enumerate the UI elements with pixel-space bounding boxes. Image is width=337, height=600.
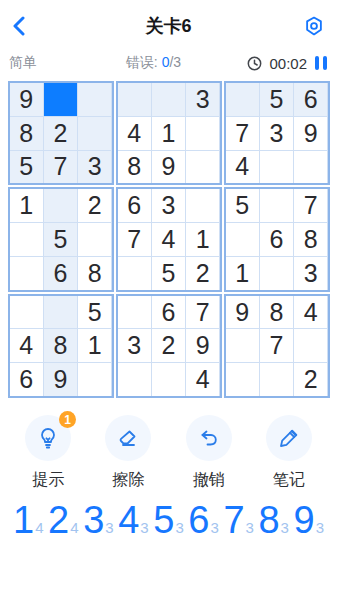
digit-remaining-count: 3 bbox=[105, 519, 113, 536]
cell-r4c1[interactable]: 1 bbox=[10, 189, 43, 222]
cell-r2c4[interactable]: 4 bbox=[118, 117, 151, 150]
hint-label: 提示 bbox=[32, 470, 64, 491]
digit-label: 1 bbox=[13, 505, 34, 536]
cell-r9c7[interactable] bbox=[226, 363, 259, 396]
cell-r4c2[interactable] bbox=[44, 189, 77, 222]
cell-r1c5[interactable] bbox=[152, 83, 185, 116]
cell-r1c3[interactable] bbox=[78, 83, 111, 116]
status-bar: 简单 错误: 0/3 00:02 bbox=[9, 54, 328, 72]
pause-icon bbox=[315, 56, 319, 70]
difficulty-label: 简单 bbox=[9, 54, 89, 72]
undo-button[interactable]: 撤销 bbox=[177, 415, 241, 491]
cell-r6c5[interactable]: 5 bbox=[152, 257, 185, 290]
cell-r8c8[interactable]: 7 bbox=[260, 329, 293, 362]
cell-r5c1[interactable] bbox=[10, 223, 43, 256]
cell-r3c3[interactable]: 3 bbox=[78, 151, 111, 184]
cell-r2c2[interactable]: 2 bbox=[44, 117, 77, 150]
cell-r4c9[interactable]: 7 bbox=[294, 189, 327, 222]
block-1-2: 576813 bbox=[224, 187, 330, 291]
number-pad: 142433435363738393 bbox=[0, 505, 337, 536]
digit-label: 9 bbox=[294, 505, 315, 536]
cell-r1c4[interactable] bbox=[118, 83, 151, 116]
cell-r8c1[interactable]: 4 bbox=[10, 329, 43, 362]
cell-r4c5[interactable]: 3 bbox=[152, 189, 185, 222]
clock-icon bbox=[247, 56, 262, 71]
block-1-1: 6374152 bbox=[116, 187, 222, 291]
digit-label: 3 bbox=[83, 505, 104, 536]
block-0-0: 982573 bbox=[8, 81, 114, 185]
block-2-0: 548169 bbox=[8, 294, 114, 398]
cell-r7c5[interactable]: 6 bbox=[152, 296, 185, 329]
cell-r1c1[interactable]: 9 bbox=[10, 83, 43, 116]
eraser-icon bbox=[116, 426, 140, 450]
cell-r3c7[interactable]: 4 bbox=[226, 151, 259, 184]
top-bar: 关卡6 bbox=[0, 0, 337, 40]
cell-r9c4[interactable] bbox=[118, 363, 151, 396]
cell-r8c7[interactable] bbox=[226, 329, 259, 362]
cell-r4c4[interactable]: 6 bbox=[118, 189, 151, 222]
cell-r4c6[interactable] bbox=[186, 189, 219, 222]
lightbulb-icon bbox=[36, 426, 60, 450]
digit-remaining-count: 3 bbox=[316, 519, 324, 536]
cell-r8c6[interactable]: 9 bbox=[186, 329, 219, 362]
numpad-digit-9[interactable]: 93 bbox=[294, 505, 324, 536]
hint-count-badge: 1 bbox=[59, 411, 76, 428]
cell-r7c6[interactable]: 7 bbox=[186, 296, 219, 329]
notes-button[interactable]: 笔记 bbox=[257, 415, 321, 491]
cell-r6c3[interactable]: 8 bbox=[78, 257, 111, 290]
digit-label: 8 bbox=[258, 505, 279, 536]
digit-remaining-count: 4 bbox=[70, 519, 78, 536]
cell-r8c3[interactable]: 1 bbox=[78, 329, 111, 362]
digit-remaining-count: 3 bbox=[281, 519, 289, 536]
cell-r6c9[interactable]: 3 bbox=[294, 257, 327, 290]
cell-r6c7[interactable]: 1 bbox=[226, 257, 259, 290]
cell-r6c6[interactable]: 2 bbox=[186, 257, 219, 290]
page-title: 关卡6 bbox=[38, 14, 299, 38]
cell-r1c9[interactable]: 6 bbox=[294, 83, 327, 116]
numpad-digit-5[interactable]: 53 bbox=[153, 505, 183, 536]
numpad-digit-6[interactable]: 63 bbox=[188, 505, 218, 536]
block-1-0: 12568 bbox=[8, 187, 114, 291]
cell-r6c2[interactable]: 6 bbox=[44, 257, 77, 290]
block-2-1: 673294 bbox=[116, 294, 222, 398]
cell-r9c5[interactable] bbox=[152, 363, 185, 396]
undo-icon bbox=[197, 426, 221, 450]
digit-label: 6 bbox=[188, 505, 209, 536]
cell-r7c8[interactable]: 8 bbox=[260, 296, 293, 329]
mistakes-label: 错误: bbox=[126, 54, 158, 70]
cell-r8c5[interactable]: 2 bbox=[152, 329, 185, 362]
back-button[interactable] bbox=[12, 14, 38, 38]
hint-button[interactable]: 1 提示 bbox=[16, 415, 80, 491]
cell-r4c8[interactable] bbox=[260, 189, 293, 222]
undo-label: 撤销 bbox=[193, 470, 225, 491]
numpad-digit-8[interactable]: 83 bbox=[258, 505, 288, 536]
timer: 00:02 bbox=[269, 55, 307, 72]
cell-r3c6[interactable] bbox=[186, 151, 219, 184]
cell-r9c9[interactable]: 2 bbox=[294, 363, 327, 396]
cell-r2c1[interactable]: 8 bbox=[10, 117, 43, 150]
numpad-digit-3[interactable]: 33 bbox=[83, 505, 113, 536]
notes-label: 笔记 bbox=[273, 470, 305, 491]
cell-r9c6[interactable]: 4 bbox=[186, 363, 219, 396]
cell-r7c7[interactable]: 9 bbox=[226, 296, 259, 329]
digit-label: 5 bbox=[153, 505, 174, 536]
cell-r6c1[interactable] bbox=[10, 257, 43, 290]
cell-r9c8[interactable] bbox=[260, 363, 293, 396]
cell-r2c9[interactable]: 9 bbox=[294, 117, 327, 150]
cell-r7c3[interactable]: 5 bbox=[78, 296, 111, 329]
cell-r9c1[interactable]: 6 bbox=[10, 363, 43, 396]
numpad-digit-4[interactable]: 43 bbox=[118, 505, 148, 536]
cell-r4c7[interactable]: 5 bbox=[226, 189, 259, 222]
mistakes-counter: 错误: 0/3 bbox=[89, 54, 218, 72]
settings-button[interactable] bbox=[299, 14, 325, 38]
cell-r2c5[interactable]: 1 bbox=[152, 117, 185, 150]
cell-r7c2[interactable] bbox=[44, 296, 77, 329]
cell-r3c5[interactable]: 9 bbox=[152, 151, 185, 184]
cell-r5c8[interactable]: 6 bbox=[260, 223, 293, 256]
numpad-digit-7[interactable]: 73 bbox=[223, 505, 253, 536]
pause-button[interactable] bbox=[314, 55, 328, 71]
block-0-1: 34189 bbox=[116, 81, 222, 185]
cell-r8c4[interactable]: 3 bbox=[118, 329, 151, 362]
digit-remaining-count: 3 bbox=[246, 519, 254, 536]
erase-button[interactable]: 擦除 bbox=[96, 415, 160, 491]
cell-r3c9[interactable] bbox=[294, 151, 327, 184]
pencil-icon bbox=[277, 426, 301, 450]
cell-r8c9[interactable] bbox=[294, 329, 327, 362]
digit-label: 7 bbox=[223, 505, 244, 536]
chevron-left-icon bbox=[12, 16, 25, 36]
cell-r3c4[interactable]: 8 bbox=[118, 151, 151, 184]
cell-r9c3[interactable] bbox=[78, 363, 111, 396]
cell-r5c7[interactable] bbox=[226, 223, 259, 256]
cell-r1c7[interactable] bbox=[226, 83, 259, 116]
mistakes-total: /3 bbox=[169, 54, 181, 70]
cell-r6c8[interactable] bbox=[260, 257, 293, 290]
cell-r5c9[interactable]: 8 bbox=[294, 223, 327, 256]
sudoku-board: 9825733418956739412568637415257681354816… bbox=[8, 81, 330, 398]
cell-r1c2[interactable] bbox=[44, 83, 77, 116]
block-2-2: 98472 bbox=[224, 294, 330, 398]
cell-r9c2[interactable]: 9 bbox=[44, 363, 77, 396]
numpad-digit-1[interactable]: 14 bbox=[13, 505, 43, 536]
gear-icon bbox=[303, 15, 325, 37]
cell-r7c1[interactable] bbox=[10, 296, 43, 329]
digit-remaining-count: 3 bbox=[210, 519, 218, 536]
digit-label: 2 bbox=[48, 505, 69, 536]
tool-bar: 1 提示 擦除 撤销 bbox=[0, 415, 337, 491]
digit-label: 4 bbox=[118, 505, 139, 536]
cell-r6c4[interactable] bbox=[118, 257, 151, 290]
cell-r3c8[interactable] bbox=[260, 151, 293, 184]
digit-remaining-count: 3 bbox=[175, 519, 183, 536]
cell-r5c5[interactable]: 4 bbox=[152, 223, 185, 256]
cell-r5c6[interactable]: 1 bbox=[186, 223, 219, 256]
cell-r5c4[interactable]: 7 bbox=[118, 223, 151, 256]
cell-r7c4[interactable] bbox=[118, 296, 151, 329]
cell-r8c2[interactable]: 8 bbox=[44, 329, 77, 362]
cell-r2c7[interactable]: 7 bbox=[226, 117, 259, 150]
cell-r1c8[interactable]: 5 bbox=[260, 83, 293, 116]
cell-r2c8[interactable]: 3 bbox=[260, 117, 293, 150]
block-0-2: 567394 bbox=[224, 81, 330, 185]
cell-r1c6[interactable]: 3 bbox=[186, 83, 219, 116]
cell-r5c2[interactable]: 5 bbox=[44, 223, 77, 256]
cell-r3c1[interactable]: 5 bbox=[10, 151, 43, 184]
cell-r5c3[interactable] bbox=[78, 223, 111, 256]
cell-r4c3[interactable]: 2 bbox=[78, 189, 111, 222]
digit-remaining-count: 4 bbox=[35, 519, 43, 536]
cell-r2c3[interactable] bbox=[78, 117, 111, 150]
erase-label: 擦除 bbox=[112, 470, 144, 491]
cell-r2c6[interactable] bbox=[186, 117, 219, 150]
cell-r7c9[interactable]: 4 bbox=[294, 296, 327, 329]
digit-remaining-count: 3 bbox=[140, 519, 148, 536]
cell-r3c2[interactable]: 7 bbox=[44, 151, 77, 184]
numpad-digit-2[interactable]: 24 bbox=[48, 505, 78, 536]
